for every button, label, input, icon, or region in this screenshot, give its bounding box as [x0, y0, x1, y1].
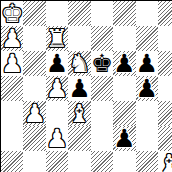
square-c2[interactable]: ♟: [46, 126, 68, 151]
square-f1[interactable]: [113, 151, 135, 172]
square-c4[interactable]: [46, 101, 68, 126]
square-h1[interactable]: ♝: [158, 151, 172, 172]
square-e2[interactable]: [91, 126, 113, 151]
square-c5[interactable]: ♟: [46, 76, 68, 101]
piece-black-pawn[interactable]: ♟: [113, 51, 135, 76]
square-f2[interactable]: ♟: [113, 126, 135, 151]
square-g6[interactable]: ♟: [136, 51, 158, 76]
square-d7[interactable]: [68, 26, 90, 51]
square-h8[interactable]: [158, 1, 172, 26]
square-f4[interactable]: [113, 101, 135, 126]
square-h2[interactable]: [158, 126, 172, 151]
square-d2[interactable]: [68, 126, 90, 151]
square-b7[interactable]: [23, 26, 45, 51]
square-g2[interactable]: [136, 126, 158, 151]
square-e7[interactable]: [91, 26, 113, 51]
piece-white-pawn[interactable]: ♟: [46, 76, 68, 101]
square-f7[interactable]: [113, 26, 135, 51]
square-b2[interactable]: [23, 126, 45, 151]
square-b4[interactable]: ♟: [23, 101, 45, 126]
square-f8[interactable]: [113, 1, 135, 26]
square-g7[interactable]: [136, 26, 158, 51]
square-c1[interactable]: [46, 151, 68, 172]
square-b8[interactable]: [23, 1, 45, 26]
square-g4[interactable]: [136, 101, 158, 126]
square-c7[interactable]: ♜: [46, 26, 68, 51]
square-h6[interactable]: [158, 51, 172, 76]
square-e8[interactable]: [91, 1, 113, 26]
square-d6[interactable]: ♞: [68, 51, 90, 76]
square-g1[interactable]: [136, 151, 158, 172]
piece-white-knight[interactable]: ♞: [68, 51, 90, 76]
square-a1[interactable]: [1, 151, 23, 172]
piece-white-pawn[interactable]: ♟: [23, 101, 45, 126]
piece-white-pawn[interactable]: ♟: [1, 51, 23, 76]
square-d8[interactable]: [68, 1, 90, 26]
piece-white-king[interactable]: ♚: [1, 1, 23, 26]
square-e5[interactable]: [91, 76, 113, 101]
square-d4[interactable]: ♝: [68, 101, 90, 126]
square-g5[interactable]: ♟: [136, 76, 158, 101]
square-b1[interactable]: [23, 151, 45, 172]
piece-white-pawn[interactable]: ♟: [1, 26, 23, 51]
square-f5[interactable]: [113, 76, 135, 101]
square-a7[interactable]: ♟: [1, 26, 23, 51]
square-b6[interactable]: [23, 51, 45, 76]
square-a4[interactable]: [1, 101, 23, 126]
chess-board: ♚♟♜♟♟♞♚♟♟♟♟♟♟♝♟♟♝: [0, 0, 172, 172]
piece-black-king[interactable]: ♚: [91, 51, 113, 76]
square-a6[interactable]: ♟: [1, 51, 23, 76]
piece-white-bishop[interactable]: ♝: [158, 151, 172, 172]
square-e6[interactable]: ♚: [91, 51, 113, 76]
square-e1[interactable]: [91, 151, 113, 172]
square-h7[interactable]: [158, 26, 172, 51]
piece-black-pawn[interactable]: ♟: [46, 51, 68, 76]
piece-black-pawn[interactable]: ♟: [113, 126, 135, 151]
square-h5[interactable]: [158, 76, 172, 101]
square-d5[interactable]: ♟: [68, 76, 90, 101]
square-b5[interactable]: [23, 76, 45, 101]
square-c8[interactable]: [46, 1, 68, 26]
square-a5[interactable]: [1, 76, 23, 101]
square-h4[interactable]: [158, 101, 172, 126]
square-f6[interactable]: ♟: [113, 51, 135, 76]
square-c6[interactable]: ♟: [46, 51, 68, 76]
square-d1[interactable]: [68, 151, 90, 172]
square-g8[interactable]: [136, 1, 158, 26]
piece-white-rook[interactable]: ♜: [46, 26, 68, 51]
piece-white-bishop[interactable]: ♝: [68, 101, 90, 126]
square-a8[interactable]: ♚: [1, 1, 23, 26]
piece-black-pawn[interactable]: ♟: [136, 76, 158, 101]
piece-black-pawn[interactable]: ♟: [136, 51, 158, 76]
square-a2[interactable]: [1, 126, 23, 151]
square-e4[interactable]: [91, 101, 113, 126]
piece-white-pawn[interactable]: ♟: [46, 126, 68, 151]
piece-black-pawn[interactable]: ♟: [68, 76, 90, 101]
